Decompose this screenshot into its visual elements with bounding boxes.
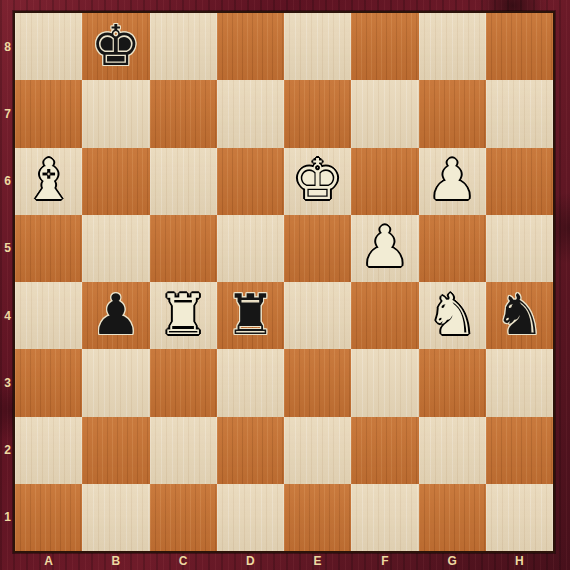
- square-b7[interactable]: [82, 80, 149, 147]
- square-h2[interactable]: [486, 417, 553, 484]
- square-a5[interactable]: [15, 215, 82, 282]
- square-e7[interactable]: [284, 80, 351, 147]
- square-c3[interactable]: [150, 349, 217, 416]
- square-e3[interactable]: [284, 349, 351, 416]
- square-f1[interactable]: [351, 484, 418, 551]
- square-c8[interactable]: [150, 13, 217, 80]
- square-a4[interactable]: [15, 282, 82, 349]
- square-f7[interactable]: [351, 80, 418, 147]
- black-king[interactable]: ♚: [91, 18, 141, 74]
- square-h7[interactable]: [486, 80, 553, 147]
- file-label-b: B: [82, 551, 149, 570]
- rank-label-5: 5: [0, 215, 15, 282]
- square-h6[interactable]: [486, 148, 553, 215]
- square-b1[interactable]: [82, 484, 149, 551]
- chess-board: ♚♝♚♟♟♟♜♜♞♞: [15, 13, 553, 551]
- square-b2[interactable]: [82, 417, 149, 484]
- square-a7[interactable]: [15, 80, 82, 147]
- square-c5[interactable]: [150, 215, 217, 282]
- white-bishop[interactable]: ♝: [24, 152, 74, 208]
- rank-label-7: 7: [0, 80, 15, 147]
- rank-label-1: 1: [0, 484, 15, 551]
- square-g7[interactable]: [419, 80, 486, 147]
- square-e8[interactable]: [284, 13, 351, 80]
- square-h4[interactable]: ♞: [486, 282, 553, 349]
- square-f4[interactable]: [351, 282, 418, 349]
- square-b8[interactable]: ♚: [82, 13, 149, 80]
- square-e4[interactable]: [284, 282, 351, 349]
- square-a3[interactable]: [15, 349, 82, 416]
- rank-label-2: 2: [0, 417, 15, 484]
- square-c4[interactable]: ♜: [150, 282, 217, 349]
- square-f8[interactable]: [351, 13, 418, 80]
- square-a1[interactable]: [15, 484, 82, 551]
- square-b4[interactable]: ♟: [82, 282, 149, 349]
- rank-label-8: 8: [0, 13, 15, 80]
- white-rook[interactable]: ♜: [158, 287, 208, 343]
- square-a8[interactable]: [15, 13, 82, 80]
- square-g1[interactable]: [419, 484, 486, 551]
- square-d7[interactable]: [217, 80, 284, 147]
- square-f6[interactable]: [351, 148, 418, 215]
- white-pawn[interactable]: ♟: [360, 219, 410, 275]
- file-label-f: F: [351, 551, 418, 570]
- square-g3[interactable]: [419, 349, 486, 416]
- square-f2[interactable]: [351, 417, 418, 484]
- square-f3[interactable]: [351, 349, 418, 416]
- file-label-d: D: [217, 551, 284, 570]
- square-g6[interactable]: ♟: [419, 148, 486, 215]
- file-label-h: H: [486, 551, 553, 570]
- square-a6[interactable]: ♝: [15, 148, 82, 215]
- chess-board-frame: ♚♝♚♟♟♟♜♜♞♞ 87654321 ABCDEFGH: [0, 0, 570, 570]
- rank-label-6: 6: [0, 148, 15, 215]
- square-c2[interactable]: [150, 417, 217, 484]
- square-e6[interactable]: ♚: [284, 148, 351, 215]
- rank-label-3: 3: [0, 349, 15, 416]
- square-d5[interactable]: [217, 215, 284, 282]
- square-d3[interactable]: [217, 349, 284, 416]
- square-g2[interactable]: [419, 417, 486, 484]
- square-h1[interactable]: [486, 484, 553, 551]
- square-d2[interactable]: [217, 417, 284, 484]
- square-h8[interactable]: [486, 13, 553, 80]
- square-g4[interactable]: ♞: [419, 282, 486, 349]
- square-g8[interactable]: [419, 13, 486, 80]
- file-label-a: A: [15, 551, 82, 570]
- square-a2[interactable]: [15, 417, 82, 484]
- square-e2[interactable]: [284, 417, 351, 484]
- square-f5[interactable]: ♟: [351, 215, 418, 282]
- white-knight[interactable]: ♞: [427, 287, 477, 343]
- square-d4[interactable]: ♜: [217, 282, 284, 349]
- white-king[interactable]: ♚: [293, 152, 343, 208]
- square-b3[interactable]: [82, 349, 149, 416]
- black-knight[interactable]: ♞: [494, 287, 544, 343]
- square-d1[interactable]: [217, 484, 284, 551]
- square-d6[interactable]: [217, 148, 284, 215]
- black-rook[interactable]: ♜: [225, 287, 275, 343]
- file-label-c: C: [150, 551, 217, 570]
- square-g5[interactable]: [419, 215, 486, 282]
- square-b5[interactable]: [82, 215, 149, 282]
- square-c1[interactable]: [150, 484, 217, 551]
- file-label-g: G: [419, 551, 486, 570]
- rank-label-4: 4: [0, 282, 15, 349]
- rank-labels: 87654321: [0, 13, 15, 551]
- square-b6[interactable]: [82, 148, 149, 215]
- square-e5[interactable]: [284, 215, 351, 282]
- file-label-e: E: [284, 551, 351, 570]
- square-h3[interactable]: [486, 349, 553, 416]
- square-c7[interactable]: [150, 80, 217, 147]
- square-e1[interactable]: [284, 484, 351, 551]
- white-pawn[interactable]: ♟: [427, 152, 477, 208]
- file-labels: ABCDEFGH: [15, 551, 553, 570]
- square-d8[interactable]: [217, 13, 284, 80]
- square-h5[interactable]: [486, 215, 553, 282]
- square-c6[interactable]: [150, 148, 217, 215]
- black-pawn[interactable]: ♟: [91, 287, 141, 343]
